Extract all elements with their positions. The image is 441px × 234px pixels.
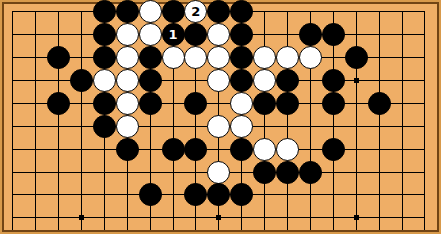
stone-white <box>162 46 185 69</box>
grid-line-vertical <box>356 12 357 230</box>
move-number-label: 1 <box>168 28 177 41</box>
stone-black <box>93 115 116 138</box>
stone-black <box>93 0 116 23</box>
stone-black <box>276 69 299 92</box>
grid-line-vertical <box>287 12 288 230</box>
stone-white <box>116 115 139 138</box>
stone-black <box>47 92 70 115</box>
stone-black <box>322 23 345 46</box>
stone-white <box>207 23 230 46</box>
move-number-label: 2 <box>191 5 200 18</box>
stone-black <box>139 183 162 206</box>
stone-black <box>230 23 253 46</box>
grid-line-vertical <box>379 12 380 230</box>
stone-white <box>299 46 322 69</box>
stone-black <box>184 183 207 206</box>
stone-white <box>116 46 139 69</box>
stone-white <box>93 69 116 92</box>
stone-white <box>116 92 139 115</box>
stone-white <box>253 138 276 161</box>
grid-line-vertical <box>264 12 265 230</box>
stone-black <box>322 92 345 115</box>
stone-black <box>299 23 322 46</box>
stone-black <box>322 69 345 92</box>
stone-white <box>207 115 230 138</box>
stone-black <box>368 92 391 115</box>
star-point <box>354 215 359 220</box>
stone-black <box>47 46 70 69</box>
stone-black <box>184 138 207 161</box>
star-point <box>79 215 84 220</box>
stone-white <box>230 115 253 138</box>
stone-black <box>230 69 253 92</box>
stone-black <box>162 138 185 161</box>
stone-black <box>162 0 185 23</box>
go-diagram: 21 <box>0 0 441 234</box>
grid-line-horizontal <box>12 103 425 104</box>
stone-black <box>207 0 230 23</box>
stone-black <box>116 138 139 161</box>
stone-black <box>139 46 162 69</box>
stone-white <box>276 46 299 69</box>
stone-black <box>299 161 322 184</box>
move-1-stone-black: 1 <box>162 23 185 46</box>
stone-black <box>184 92 207 115</box>
stone-white <box>139 0 162 23</box>
stone-white <box>276 138 299 161</box>
stone-black <box>230 183 253 206</box>
stone-white <box>253 46 276 69</box>
grid-line-vertical <box>58 12 59 230</box>
grid-line-vertical <box>81 12 82 230</box>
stone-black <box>139 92 162 115</box>
stone-black <box>70 69 93 92</box>
grid-line-vertical <box>402 12 403 230</box>
stone-white <box>116 69 139 92</box>
stone-black <box>93 23 116 46</box>
stone-white <box>253 69 276 92</box>
stone-white <box>116 23 139 46</box>
stone-black <box>230 46 253 69</box>
stone-black <box>322 138 345 161</box>
stone-black <box>276 161 299 184</box>
stone-white <box>207 161 230 184</box>
stone-black <box>93 92 116 115</box>
stone-black <box>207 183 230 206</box>
grid-line-vertical <box>12 12 13 230</box>
stone-black <box>93 46 116 69</box>
grid-line-vertical <box>424 12 425 230</box>
stone-black <box>345 46 368 69</box>
stone-black <box>253 92 276 115</box>
star-point <box>354 78 359 83</box>
stone-black <box>253 161 276 184</box>
stone-white <box>184 46 207 69</box>
stone-black <box>276 92 299 115</box>
stone-black <box>116 0 139 23</box>
stone-white <box>230 92 253 115</box>
star-point <box>216 215 221 220</box>
stone-black <box>230 138 253 161</box>
stone-black <box>184 23 207 46</box>
move-2-stone-white: 2 <box>184 0 207 23</box>
stone-white <box>207 69 230 92</box>
stone-black <box>139 69 162 92</box>
go-board: 21 <box>0 0 441 234</box>
grid-line-horizontal <box>12 149 425 150</box>
stone-white <box>207 46 230 69</box>
stone-black <box>230 0 253 23</box>
grid-line-vertical <box>35 12 36 230</box>
stone-white <box>139 23 162 46</box>
